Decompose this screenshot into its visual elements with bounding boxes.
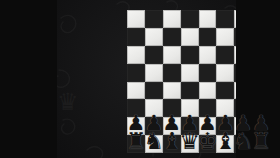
square-e6[interactable] xyxy=(199,46,217,64)
square-f5[interactable] xyxy=(216,64,234,82)
square-f8[interactable] xyxy=(216,10,234,28)
square-c5[interactable] xyxy=(163,64,181,82)
square-b1[interactable]: ♞ xyxy=(145,135,163,153)
square-a4[interactable] xyxy=(127,82,145,100)
square-a5[interactable] xyxy=(127,64,145,82)
square-a6[interactable] xyxy=(127,46,145,64)
ornament-queen-glyph: ♛ xyxy=(57,88,79,116)
square-b6[interactable] xyxy=(145,46,163,64)
square-d1[interactable]: ♛ xyxy=(181,135,199,153)
black-rook[interactable]: ♜ xyxy=(251,130,272,153)
square-d6[interactable] xyxy=(181,46,199,64)
square-d8[interactable] xyxy=(181,10,199,28)
square-a8[interactable] xyxy=(127,10,145,28)
square-f1[interactable]: ♝ xyxy=(216,135,234,153)
square-c4[interactable] xyxy=(163,82,181,100)
square-f7[interactable] xyxy=(216,28,234,46)
square-b5[interactable] xyxy=(145,64,163,82)
board-panel: ♞ ♛ ♜ ♟♟♟♟♟♟♟♟♜♞♝♛♚♝♞♜ xyxy=(57,0,236,158)
square-c8[interactable] xyxy=(163,10,181,28)
square-f4[interactable] xyxy=(216,82,234,100)
square-b7[interactable] xyxy=(145,28,163,46)
square-d7[interactable] xyxy=(181,28,199,46)
square-e1[interactable]: ♚ xyxy=(199,135,217,153)
square-c7[interactable] xyxy=(163,28,181,46)
square-a1[interactable]: ♜ xyxy=(127,135,145,153)
square-c6[interactable] xyxy=(163,46,181,64)
square-e8[interactable] xyxy=(199,10,217,28)
square-h1[interactable]: ♜ xyxy=(252,135,270,153)
square-d5[interactable] xyxy=(181,64,199,82)
square-e7[interactable] xyxy=(199,28,217,46)
square-a7[interactable] xyxy=(127,28,145,46)
square-b4[interactable] xyxy=(145,82,163,100)
square-b8[interactable] xyxy=(145,10,163,28)
square-f6[interactable] xyxy=(216,46,234,64)
square-e4[interactable] xyxy=(199,82,217,100)
square-c1[interactable]: ♝ xyxy=(163,135,181,153)
square-g1[interactable]: ♞ xyxy=(234,135,252,153)
left-black-bar xyxy=(0,0,57,158)
square-d4[interactable] xyxy=(181,82,199,100)
chess-scene: ♞ ♛ ♜ ♟♟♟♟♟♟♟♟♜♞♝♛♚♝♞♜ xyxy=(0,0,280,158)
square-e5[interactable] xyxy=(199,64,217,82)
